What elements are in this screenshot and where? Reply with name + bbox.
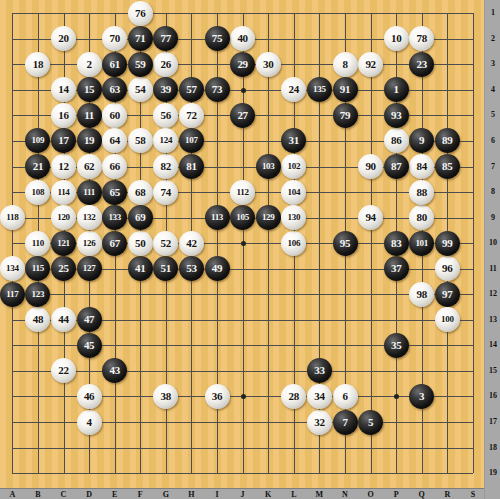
stone-move-number: 123 [32,290,45,299]
stone-move-number: 32 [314,417,324,428]
stone-move-number: 79 [340,110,350,121]
col-label-I: I [210,490,224,499]
grid-line-vertical [268,13,269,473]
col-label-G: G [159,490,173,499]
stone-54-F4: 54 [128,77,153,102]
row-label-7: 7 [486,162,500,172]
stone-move-number: 109 [32,136,45,145]
stone-127-D11: 127 [77,256,102,281]
stone-11-D5: 11 [77,103,102,128]
stone-2-D3: 2 [77,52,102,77]
stone-113-I9: 113 [205,205,230,230]
col-label-N: N [338,490,352,499]
stone-move-number: 5 [368,417,373,428]
col-label-D: D [82,490,96,499]
grid-line-horizontal [12,473,473,474]
stone-move-number: 130 [287,213,300,222]
stone-move-number: 104 [287,188,300,197]
stone-4-D17: 4 [77,410,102,435]
stone-78-Q2: 78 [409,26,434,51]
stone-move-number: 78 [416,33,426,44]
stone-67-E10: 67 [102,231,127,256]
row-label-12: 12 [486,289,500,299]
stone-move-number: 21 [33,161,43,172]
star-point [394,394,399,399]
stone-72-H5: 72 [179,103,204,128]
stone-63-E4: 63 [102,77,127,102]
stone-73-I4: 73 [205,77,230,102]
stone-75-I2: 75 [205,26,230,51]
stone-move-number: 22 [58,365,68,376]
stone-18-B3: 18 [25,52,50,77]
stone-move-number: 36 [212,391,222,402]
stone-move-number: 134 [6,264,19,273]
row-label-8: 8 [486,187,500,197]
stone-64-E6: 64 [102,128,127,153]
stone-move-number: 46 [84,391,94,402]
stone-move-number: 77 [161,33,171,44]
stone-32-M17: 32 [307,410,332,435]
stone-move-number: 29 [237,59,247,70]
col-label-S: S [466,490,480,499]
stone-move-number: 129 [262,213,275,222]
stone-107-H6: 107 [179,128,204,153]
stone-22-C15: 22 [51,358,76,383]
stone-move-number: 57 [186,84,196,95]
stone-49-I11: 49 [205,256,230,281]
col-label-K: K [261,490,275,499]
stone-77-G2: 77 [153,26,178,51]
stone-move-number: 105 [236,213,249,222]
stone-move-number: 41 [135,263,145,274]
stone-68-F8: 68 [128,180,153,205]
stone-115-B11: 115 [25,256,50,281]
stone-92-O3: 92 [358,52,383,77]
stone-16-C5: 16 [51,103,76,128]
stone-56-G5: 56 [153,103,178,128]
stone-37-P11: 37 [384,256,409,281]
stone-43-E15: 43 [102,358,127,383]
grid-line-horizontal [12,294,473,295]
stone-move-number: 68 [135,187,145,198]
stone-move-number: 111 [83,188,95,197]
stone-move-number: 66 [109,161,119,172]
stone-58-F6: 58 [128,128,153,153]
stone-move-number: 64 [109,135,119,146]
stone-61-E3: 61 [102,52,127,77]
stone-move-number: 99 [442,238,452,249]
row-label-1: 1 [486,8,500,18]
stone-135-M4: 135 [307,77,332,102]
stone-move-number: 48 [33,314,43,325]
stone-move-number: 30 [263,59,273,70]
stone-move-number: 110 [32,239,44,248]
col-label-C: C [57,490,71,499]
stone-move-number: 24 [289,84,299,95]
row-label-19: 19 [486,468,500,478]
stone-move-number: 62 [84,161,94,172]
stone-89-R6: 89 [435,128,460,153]
stone-27-J5: 27 [230,103,255,128]
stone-move-number: 34 [314,391,324,402]
stone-move-number: 54 [135,84,145,95]
stone-103-K7: 103 [256,154,281,179]
stone-132-D9: 132 [77,205,102,230]
stone-76-F1: 76 [128,1,153,26]
stone-95-N10: 95 [333,231,358,256]
stone-9-Q6: 9 [409,128,434,153]
stone-87-P7: 87 [384,154,409,179]
stone-1-P4: 1 [384,77,409,102]
stone-move-number: 95 [340,238,350,249]
stone-69-F9: 69 [128,205,153,230]
row-label-9: 9 [486,213,500,223]
row-label-14: 14 [486,340,500,350]
stone-134-A11: 134 [0,256,25,281]
stone-move-number: 81 [186,161,196,172]
stone-move-number: 58 [135,135,145,146]
stone-81-H7: 81 [179,154,204,179]
stone-move-number: 45 [84,340,94,351]
row-label-10: 10 [486,238,500,248]
column-label-strip: ABCDEFGHIJKLMNOPQRS [0,488,500,499]
stone-3-Q16: 3 [409,384,434,409]
stone-99-R10: 99 [435,231,460,256]
col-label-Q: Q [415,490,429,499]
stone-move-number: 16 [58,110,68,121]
stone-move-number: 91 [340,84,350,95]
stone-28-L16: 28 [281,384,306,409]
stone-71-F2: 71 [128,26,153,51]
stone-move-number: 31 [289,135,299,146]
stone-104-L8: 104 [281,180,306,205]
stone-101-Q10: 101 [409,231,434,256]
stone-move-number: 85 [442,161,452,172]
stone-move-number: 135 [313,85,326,94]
stone-move-number: 69 [135,212,145,223]
stone-move-number: 27 [237,110,247,121]
stone-59-F3: 59 [128,52,153,77]
stone-move-number: 101 [415,239,428,248]
stone-move-number: 59 [135,59,145,70]
stone-24-L4: 24 [281,77,306,102]
stone-117-A12: 117 [0,282,25,307]
row-label-16: 16 [486,391,500,401]
stone-move-number: 126 [83,239,96,248]
stone-move-number: 113 [211,213,223,222]
col-label-M: M [312,490,326,499]
stone-50-F10: 50 [128,231,153,256]
col-label-A: A [5,490,19,499]
stone-move-number: 115 [32,264,44,273]
stone-66-E7: 66 [102,154,127,179]
stone-move-number: 51 [161,263,171,274]
stone-21-B7: 21 [25,154,50,179]
row-label-4: 4 [486,85,500,95]
stone-move-number: 112 [237,188,249,197]
stone-move-number: 9 [419,135,424,146]
stone-move-number: 74 [161,187,171,198]
stone-move-number: 96 [442,263,452,274]
stone-100-R13: 100 [435,307,460,332]
stone-52-G10: 52 [153,231,178,256]
stone-move-number: 2 [86,59,91,70]
stone-move-number: 8 [342,59,347,70]
col-label-P: P [389,490,403,499]
stone-move-number: 33 [314,365,324,376]
stone-34-M16: 34 [307,384,332,409]
stone-move-number: 100 [441,315,454,324]
stone-move-number: 15 [84,84,94,95]
stone-130-L9: 130 [281,205,306,230]
stone-move-number: 7 [342,417,347,428]
col-label-J: J [236,490,250,499]
stone-5-O17: 5 [358,410,383,435]
stone-move-number: 88 [416,187,426,198]
stone-112-J8: 112 [230,180,255,205]
stone-94-O9: 94 [358,205,383,230]
stone-60-E5: 60 [102,103,127,128]
stone-80-Q9: 80 [409,205,434,230]
stone-move-number: 70 [109,33,119,44]
stone-move-number: 73 [212,84,222,95]
stone-move-number: 6 [342,391,347,402]
stone-move-number: 108 [32,188,45,197]
stone-36-I16: 36 [205,384,230,409]
go-board[interactable]: 1234567891011121415161718192021222324252… [0,0,500,499]
row-label-strip: 12345678910111213141516171819 [484,0,500,499]
stone-move-number: 43 [109,365,119,376]
stone-move-number: 42 [186,238,196,249]
star-point [241,241,246,246]
stone-move-number: 10 [391,33,401,44]
stone-move-number: 19 [84,135,94,146]
stone-move-number: 102 [287,162,300,171]
grid-line-horizontal [12,371,473,372]
stone-88-Q8: 88 [409,180,434,205]
stone-move-number: 72 [186,110,196,121]
stone-74-G8: 74 [153,180,178,205]
col-label-L: L [287,490,301,499]
stone-move-number: 4 [86,417,91,428]
stone-62-D7: 62 [77,154,102,179]
stone-93-P5: 93 [384,103,409,128]
stone-8-N3: 8 [333,52,358,77]
col-label-B: B [31,490,45,499]
stone-129-K9: 129 [256,205,281,230]
stone-move-number: 63 [109,84,119,95]
stone-40-J2: 40 [230,26,255,51]
stone-move-number: 38 [161,391,171,402]
stone-45-D14: 45 [77,333,102,358]
stone-98-Q12: 98 [409,282,434,307]
grid-line-vertical [371,13,372,473]
stone-123-B12: 123 [25,282,50,307]
stone-move-number: 20 [58,33,68,44]
stone-109-B6: 109 [25,128,50,153]
stone-move-number: 82 [161,161,171,172]
stone-108-B8: 108 [25,180,50,205]
stone-10-P2: 10 [384,26,409,51]
stone-30-K3: 30 [256,52,281,77]
stone-126-D10: 126 [77,231,102,256]
stone-106-L10: 106 [281,231,306,256]
stone-move-number: 89 [442,135,452,146]
stone-move-number: 37 [391,263,401,274]
stone-133-E9: 133 [102,205,127,230]
stone-move-number: 25 [58,263,68,274]
stone-move-number: 106 [287,239,300,248]
stone-move-number: 127 [83,264,96,273]
stone-move-number: 103 [262,162,275,171]
stone-move-number: 94 [365,212,375,223]
col-label-H: H [184,490,198,499]
stone-23-Q3: 23 [409,52,434,77]
col-label-O: O [364,490,378,499]
stone-move-number: 80 [416,212,426,223]
stone-38-G16: 38 [153,384,178,409]
stone-44-C13: 44 [51,307,76,332]
stone-82-G7: 82 [153,154,178,179]
stone-move-number: 97 [442,289,452,300]
stone-14-C4: 14 [51,77,76,102]
stone-7-N17: 7 [333,410,358,435]
col-label-F: F [133,490,147,499]
go-diagram: 1234567891011121415161718192021222324252… [0,0,500,499]
stone-124-G6: 124 [153,128,178,153]
grid-line-vertical [473,13,474,473]
stone-42-H10: 42 [179,231,204,256]
stone-move-number: 67 [109,238,119,249]
stone-move-number: 92 [365,59,375,70]
stone-move-number: 75 [212,33,222,44]
stone-31-L6: 31 [281,128,306,153]
stone-118-A9: 118 [0,205,25,230]
stone-47-D13: 47 [77,307,102,332]
stone-move-number: 114 [57,188,69,197]
stone-move-number: 86 [391,135,401,146]
stone-move-number: 107 [185,136,198,145]
stone-move-number: 132 [83,213,96,222]
stone-91-N4: 91 [333,77,358,102]
stone-move-number: 11 [84,110,94,121]
stone-move-number: 76 [135,8,145,19]
stone-15-D4: 15 [77,77,102,102]
stone-114-C8: 114 [51,180,76,205]
stone-79-N5: 79 [333,103,358,128]
stone-move-number: 40 [237,33,247,44]
stone-57-H4: 57 [179,77,204,102]
row-label-3: 3 [486,59,500,69]
stone-25-C11: 25 [51,256,76,281]
stone-move-number: 121 [57,239,70,248]
col-label-E: E [108,490,122,499]
stone-35-P14: 35 [384,333,409,358]
stone-move-number: 98 [416,289,426,300]
stone-move-number: 90 [365,161,375,172]
stone-move-number: 12 [58,161,68,172]
stone-move-number: 18 [33,59,43,70]
stone-96-R11: 96 [435,256,460,281]
stone-65-E8: 65 [102,180,127,205]
stone-move-number: 118 [6,213,18,222]
stone-move-number: 87 [391,161,401,172]
stone-26-G3: 26 [153,52,178,77]
stone-move-number: 117 [6,290,18,299]
stone-move-number: 61 [109,59,119,70]
stone-move-number: 44 [58,314,68,325]
stone-33-M15: 33 [307,358,332,383]
stone-move-number: 53 [186,263,196,274]
stone-86-P6: 86 [384,128,409,153]
stone-102-L7: 102 [281,154,306,179]
stone-39-G4: 39 [153,77,178,102]
stone-41-F11: 41 [128,256,153,281]
row-label-17: 17 [486,417,500,427]
row-label-15: 15 [486,366,500,376]
stone-move-number: 84 [416,161,426,172]
stone-83-P10: 83 [384,231,409,256]
stone-85-R7: 85 [435,154,460,179]
row-label-5: 5 [486,110,500,120]
star-point [241,88,246,93]
stone-20-C2: 20 [51,26,76,51]
stone-12-C7: 12 [51,154,76,179]
stone-111-D8: 111 [77,180,102,205]
stone-84-Q7: 84 [409,154,434,179]
stone-19-D6: 19 [77,128,102,153]
stone-move-number: 1 [394,84,399,95]
stone-90-O7: 90 [358,154,383,179]
stone-move-number: 60 [109,110,119,121]
stone-move-number: 83 [391,238,401,249]
stone-move-number: 3 [419,391,424,402]
stone-move-number: 14 [58,84,68,95]
stone-move-number: 124 [159,136,172,145]
stone-121-C10: 121 [51,231,76,256]
stone-70-E2: 70 [102,26,127,51]
row-label-13: 13 [486,315,500,325]
col-label-R: R [440,490,454,499]
stone-46-D16: 46 [77,384,102,409]
star-point [241,394,246,399]
stone-move-number: 26 [161,59,171,70]
stone-97-R12: 97 [435,282,460,307]
grid-line-horizontal [12,448,473,449]
stone-move-number: 47 [84,314,94,325]
stone-move-number: 71 [135,33,145,44]
stone-move-number: 39 [161,84,171,95]
stone-29-J3: 29 [230,52,255,77]
stone-move-number: 23 [416,59,426,70]
stone-move-number: 56 [161,110,171,121]
stone-move-number: 65 [109,187,119,198]
stone-move-number: 52 [161,238,171,249]
stone-move-number: 120 [57,213,70,222]
row-label-11: 11 [486,264,500,274]
row-label-2: 2 [486,34,500,44]
stone-120-C9: 120 [51,205,76,230]
stone-51-G11: 51 [153,256,178,281]
stone-move-number: 28 [289,391,299,402]
stone-move-number: 17 [58,135,68,146]
row-label-6: 6 [486,136,500,146]
stone-53-H11: 53 [179,256,204,281]
stone-move-number: 93 [391,110,401,121]
stone-move-number: 133 [108,213,121,222]
stone-110-B10: 110 [25,231,50,256]
stone-17-C6: 17 [51,128,76,153]
